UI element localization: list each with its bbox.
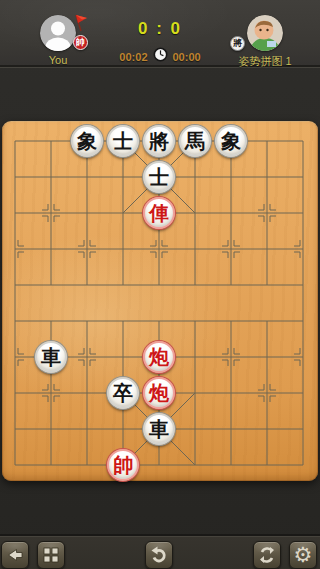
piece-black-將[interactable]: 將	[143, 125, 175, 157]
back-button[interactable]	[1, 541, 29, 569]
score-separator: :	[156, 19, 164, 38]
grid-icon	[42, 546, 60, 564]
undo-button[interactable]	[145, 541, 173, 569]
top-bar: 帥 You 0 : 0 00:02 00:00	[0, 0, 320, 67]
gear-icon: ⚙	[294, 545, 313, 566]
arrow-left-icon	[6, 546, 24, 564]
piece-layer: 象士將馬象士俥車炮卒炮車帥	[0, 123, 320, 483]
piece-black-士[interactable]: 士	[143, 161, 175, 193]
left-timer: 00:02	[119, 51, 147, 63]
piece-red-炮[interactable]: 炮	[143, 377, 175, 409]
piece-black-象[interactable]: 象	[215, 125, 247, 157]
piece-red-帥[interactable]: 帥	[107, 449, 139, 481]
piece-black-士[interactable]: 士	[107, 125, 139, 157]
piece-black-馬[interactable]: 馬	[179, 125, 211, 157]
piece-black-車[interactable]: 車	[35, 341, 67, 373]
right-player-avatar	[247, 15, 283, 51]
right-side-badge: 將	[230, 36, 245, 51]
piece-black-車[interactable]: 車	[143, 413, 175, 445]
right-player: 將 姿势拼图 1	[247, 15, 283, 51]
piece-red-俥[interactable]: 俥	[143, 197, 175, 229]
settings-button[interactable]: ⚙	[289, 541, 317, 569]
piece-red-炮[interactable]: 炮	[143, 341, 175, 373]
piece-black-象[interactable]: 象	[71, 125, 103, 157]
xiangqi-board[interactable]: 象士將馬象士俥車炮卒炮車帥	[2, 121, 318, 481]
piece-black-卒[interactable]: 卒	[107, 377, 139, 409]
right-player-name: 姿势拼图 1	[238, 54, 291, 69]
games-menu-button[interactable]	[37, 541, 65, 569]
score-left: 0	[138, 19, 149, 38]
score-right: 0	[171, 19, 182, 38]
bottom-toolbar: ⚙	[0, 534, 320, 569]
clock-icon	[153, 47, 168, 66]
undo-icon	[150, 546, 168, 564]
refresh-icon	[258, 546, 276, 564]
right-timer: 00:00	[173, 51, 201, 63]
restart-button[interactable]	[253, 541, 281, 569]
